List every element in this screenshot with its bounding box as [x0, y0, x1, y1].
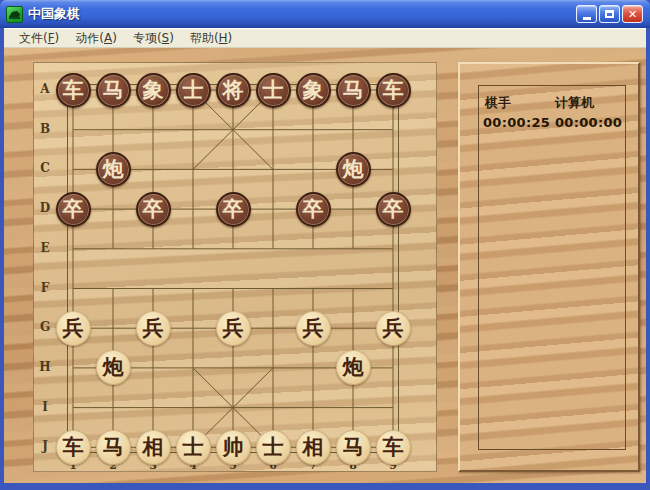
close-icon: ✕ [628, 9, 637, 20]
row-label-H: H [37, 360, 53, 374]
menu-item-S[interactable]: 专项(S) [125, 29, 182, 48]
player-time: 00:00:25 [481, 115, 553, 130]
piece-red-车-J9[interactable]: 车 [376, 430, 411, 465]
window-controls: ✕ [576, 5, 643, 23]
piece-red-帅-J5[interactable]: 帅 [216, 430, 251, 465]
piece-black-卒-D9[interactable]: 卒 [376, 192, 411, 227]
piece-black-车-A9[interactable]: 车 [376, 73, 411, 108]
piece-black-车-A1[interactable]: 车 [56, 73, 91, 108]
piece-black-卒-D7[interactable]: 卒 [296, 192, 331, 227]
piece-red-兵-G1[interactable]: 兵 [56, 311, 91, 346]
maximize-icon [605, 10, 614, 18]
row-label-B: B [37, 122, 53, 136]
piece-black-将-A5[interactable]: 将 [216, 73, 251, 108]
row-label-G: G [37, 320, 53, 334]
piece-black-炮-C2[interactable]: 炮 [96, 152, 131, 187]
piece-red-马-J8[interactable]: 马 [336, 430, 371, 465]
minimize-icon [583, 17, 591, 20]
app-icon [6, 6, 23, 23]
piece-red-兵-G7[interactable]: 兵 [296, 311, 331, 346]
computer-time: 00:00:00 [553, 115, 625, 130]
piece-red-士-J4[interactable]: 士 [176, 430, 211, 465]
piece-black-马-A2[interactable]: 马 [96, 73, 131, 108]
piece-black-卒-D1[interactable]: 卒 [56, 192, 91, 227]
piece-red-兵-G3[interactable]: 兵 [136, 311, 171, 346]
piece-black-炮-C8[interactable]: 炮 [336, 152, 371, 187]
piece-red-兵-G5[interactable]: 兵 [216, 311, 251, 346]
clock-labels: 棋手 计算机 [479, 86, 625, 112]
window-title: 中国象棋 [28, 5, 80, 23]
close-button[interactable]: ✕ [622, 5, 643, 23]
clock-panel: 棋手 计算机 00:00:25 00:00:00 [458, 62, 640, 472]
client-area: ABCDEFGHIJ123456789车马象士将士象马车炮炮卒卒卒卒卒兵兵兵兵兵… [4, 48, 646, 483]
cannon-icon [8, 8, 21, 21]
piece-red-相-J7[interactable]: 相 [296, 430, 331, 465]
piece-red-车-J1[interactable]: 车 [56, 430, 91, 465]
piece-black-士-A6[interactable]: 士 [256, 73, 291, 108]
clock-times: 00:00:25 00:00:00 [479, 112, 625, 130]
menu-bar: 文件(F)动作(A)专项(S)帮助(H) [4, 28, 646, 48]
piece-red-士-J6[interactable]: 士 [256, 430, 291, 465]
piece-black-卒-D3[interactable]: 卒 [136, 192, 171, 227]
clock-box: 棋手 计算机 00:00:25 00:00:00 [478, 85, 626, 450]
board-grid [34, 63, 437, 472]
piece-red-马-J2[interactable]: 马 [96, 430, 131, 465]
piece-red-炮-H8[interactable]: 炮 [336, 350, 371, 385]
board[interactable]: ABCDEFGHIJ123456789车马象士将士象马车炮炮卒卒卒卒卒兵兵兵兵兵… [33, 62, 437, 472]
row-label-I: I [37, 400, 53, 414]
menu-item-H[interactable]: 帮助(H) [182, 29, 240, 48]
piece-black-士-A4[interactable]: 士 [176, 73, 211, 108]
row-label-J: J [37, 439, 53, 453]
piece-black-卒-D5[interactable]: 卒 [216, 192, 251, 227]
row-label-E: E [37, 241, 53, 255]
minimize-button[interactable] [576, 5, 597, 23]
piece-black-象-A3[interactable]: 象 [136, 73, 171, 108]
title-bar[interactable]: 中国象棋 ✕ [0, 0, 650, 28]
menu-item-A[interactable]: 动作(A) [67, 29, 125, 48]
player-label: 棋手 [485, 94, 555, 112]
piece-red-相-J3[interactable]: 相 [136, 430, 171, 465]
maximize-button[interactable] [599, 5, 620, 23]
row-label-C: C [37, 161, 53, 175]
row-label-F: F [37, 281, 53, 295]
piece-black-马-A8[interactable]: 马 [336, 73, 371, 108]
piece-red-兵-G9[interactable]: 兵 [376, 311, 411, 346]
row-label-A: A [37, 82, 53, 96]
piece-black-象-A7[interactable]: 象 [296, 73, 331, 108]
computer-label: 计算机 [555, 94, 625, 112]
piece-red-炮-H2[interactable]: 炮 [96, 350, 131, 385]
row-label-D: D [37, 201, 53, 215]
menu-item-F[interactable]: 文件(F) [11, 29, 67, 48]
app-window: 中国象棋 ✕ 文件(F)动作(A)专项(S)帮助(H) ABCDEFGHIJ12… [0, 0, 650, 490]
